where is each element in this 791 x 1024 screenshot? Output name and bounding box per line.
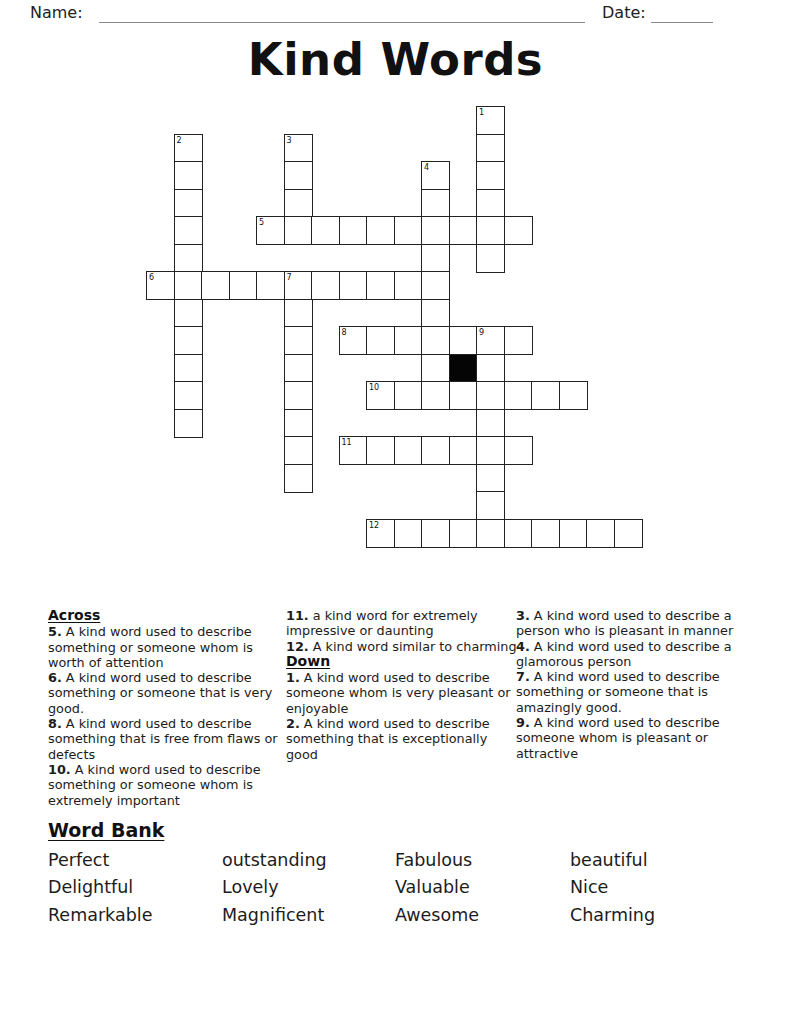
- grid-cell[interactable]: [284, 299, 313, 328]
- word-bank-item: Charming: [570, 905, 748, 925]
- grid-cell[interactable]: [174, 326, 203, 355]
- grid-cell[interactable]: [366, 271, 395, 300]
- grid-cell[interactable]: [394, 381, 423, 410]
- word-bank-item: outstanding: [222, 850, 395, 870]
- grid-cell[interactable]: [476, 134, 505, 163]
- grid-cell[interactable]: [586, 519, 615, 548]
- word-bank-item: Perfect: [48, 850, 222, 870]
- clue-number: 11: [342, 439, 352, 447]
- grid-cell[interactable]: [284, 409, 313, 438]
- grid-cell[interactable]: [174, 161, 203, 190]
- grid-cell[interactable]: [476, 491, 505, 520]
- grid-cell[interactable]: [504, 519, 533, 548]
- word-bank-grid: PerfectoutstandingFabulousbeautifulDelig…: [48, 846, 748, 929]
- grid-cell[interactable]: [174, 189, 203, 218]
- date-field-line[interactable]: [651, 0, 713, 23]
- word-bank-item: Lovely: [222, 877, 395, 897]
- grid-cell[interactable]: [421, 436, 450, 465]
- grid-cell[interactable]: [476, 409, 505, 438]
- grid-cell[interactable]: [284, 436, 313, 465]
- grid-cell[interactable]: [174, 409, 203, 438]
- grid-cell[interactable]: [174, 244, 203, 273]
- grid-cell[interactable]: [174, 271, 203, 300]
- clue-number: 1: [479, 109, 484, 117]
- grid-cell[interactable]: [531, 381, 560, 410]
- clue-number: 6: [149, 274, 154, 282]
- word-bank-item: Magnificent: [222, 905, 395, 925]
- grid-cell[interactable]: [559, 381, 588, 410]
- crossword-grid: 123456789101112: [146, 106, 643, 548]
- clue-number: 2: [177, 137, 182, 145]
- clues-column-3: 3. A kind word used to describe a person…: [516, 608, 742, 761]
- clues-section-heading: Across: [48, 608, 284, 623]
- clue: 5. A kind word used to describe somethin…: [48, 624, 284, 670]
- grid-cell[interactable]: [256, 271, 285, 300]
- grid-cell[interactable]: [476, 161, 505, 190]
- grid-cell[interactable]: [504, 216, 533, 245]
- grid-cell[interactable]: [394, 326, 423, 355]
- grid-cell[interactable]: [476, 436, 505, 465]
- word-bank-heading: Word Bank: [48, 819, 164, 841]
- clue-number: 8: [342, 329, 347, 337]
- grid-cell[interactable]: [614, 519, 643, 548]
- grid-cell[interactable]: [366, 216, 395, 245]
- clue-number-label: 10.: [48, 762, 71, 777]
- clue-number-label: 7.: [516, 669, 530, 684]
- date-label: Date:: [602, 3, 646, 22]
- grid-cell[interactable]: [476, 381, 505, 410]
- grid-cell[interactable]: [449, 381, 478, 410]
- grid-cell[interactable]: [476, 354, 505, 383]
- clue-number: 4: [424, 164, 429, 172]
- grid-cell[interactable]: [366, 326, 395, 355]
- clue-number: 10: [369, 384, 379, 392]
- clue: 6. A kind word used to describe somethin…: [48, 670, 284, 716]
- clue-number-label: 1.: [286, 670, 300, 685]
- grid-cell[interactable]: [476, 519, 505, 548]
- grid-cell[interactable]: [394, 519, 423, 548]
- grid-cell[interactable]: [284, 161, 313, 190]
- grid-cell[interactable]: [504, 381, 533, 410]
- grid-cell[interactable]: [174, 381, 203, 410]
- clue: 9. A kind word used to describe someone …: [516, 715, 742, 761]
- worksheet: Name: Date: Kind Words 123456789101112 A…: [0, 0, 791, 1024]
- clue: 10. A kind word used to describe somethi…: [48, 762, 284, 808]
- grid-cell[interactable]: [421, 299, 450, 328]
- grid-cell[interactable]: [366, 436, 395, 465]
- grid-cell[interactable]: [339, 271, 368, 300]
- grid-cell[interactable]: [531, 519, 560, 548]
- word-bank-item: Delightful: [48, 877, 222, 897]
- clue: 7. A kind word used to describe somethin…: [516, 669, 742, 715]
- grid-cell[interactable]: [284, 189, 313, 218]
- clue-number-label: 5.: [48, 624, 62, 639]
- clue-number-label: 8.: [48, 716, 62, 731]
- clue: 3. A kind word used to describe a person…: [516, 608, 742, 639]
- clue: 1. A kind word used to describe someone …: [286, 670, 522, 716]
- word-bank-item: Awesome: [395, 905, 570, 925]
- clue: 8. A kind word used to describe somethin…: [48, 716, 284, 762]
- grid-cell[interactable]: [476, 189, 505, 218]
- name-field-line[interactable]: [99, 0, 585, 23]
- grid-cell[interactable]: [421, 326, 450, 355]
- clue-number: 7: [287, 274, 292, 282]
- grid-cell[interactable]: [174, 216, 203, 245]
- grid-cell[interactable]: [311, 216, 340, 245]
- clue-number-label: 2.: [286, 716, 300, 731]
- grid-cell[interactable]: [504, 436, 533, 465]
- grid-cell[interactable]: [201, 271, 230, 300]
- grid-cell[interactable]: [284, 354, 313, 383]
- grid-cell[interactable]: [449, 326, 478, 355]
- grid-cell[interactable]: [421, 381, 450, 410]
- black-cell: [449, 354, 478, 383]
- grid-cell[interactable]: [311, 271, 340, 300]
- grid-cell[interactable]: [476, 216, 505, 245]
- word-bank-item: Fabulous: [395, 850, 570, 870]
- word-bank-item: Remarkable: [48, 905, 222, 925]
- grid-cell[interactable]: [476, 464, 505, 493]
- clue-number: 3: [287, 137, 292, 145]
- grid-cell[interactable]: [284, 326, 313, 355]
- clue: 12. A kind word similar to charming: [286, 639, 522, 654]
- clue-number-label: 11.: [286, 608, 309, 623]
- word-bank-item: Nice: [570, 877, 748, 897]
- grid-cell[interactable]: [421, 519, 450, 548]
- grid-cell[interactable]: [421, 189, 450, 218]
- clue-number-label: 9.: [516, 715, 530, 730]
- clues-column-1: Across5. A kind word used to describe so…: [48, 608, 284, 808]
- name-label: Name:: [30, 3, 83, 22]
- grid-cell[interactable]: [421, 354, 450, 383]
- clue: 11. a kind word for extremely impressive…: [286, 608, 522, 639]
- grid-cell[interactable]: [394, 216, 423, 245]
- grid-cell[interactable]: [449, 436, 478, 465]
- word-bank-item: Valuable: [395, 877, 570, 897]
- grid-cell[interactable]: [449, 519, 478, 548]
- clue-number-label: 3.: [516, 608, 530, 623]
- grid-cell[interactable]: [284, 464, 313, 493]
- grid-cell[interactable]: [174, 354, 203, 383]
- grid-cell[interactable]: [421, 271, 450, 300]
- clue-number: 9: [479, 329, 484, 337]
- word-bank-item: beautiful: [570, 850, 748, 870]
- grid-cell[interactable]: [229, 271, 258, 300]
- clue-number-label: 6.: [48, 670, 62, 685]
- grid-cell[interactable]: [421, 216, 450, 245]
- clue-number: 12: [369, 522, 379, 530]
- grid-cell[interactable]: [339, 216, 368, 245]
- clue-number-label: 12.: [286, 639, 309, 654]
- clue: 2. A kind word used to describe somethin…: [286, 716, 522, 762]
- clue: 4. A kind word used to describe a glamor…: [516, 639, 742, 670]
- grid-cell[interactable]: [449, 216, 478, 245]
- clues-section-heading: Down: [286, 654, 522, 669]
- grid-cell[interactable]: [394, 436, 423, 465]
- page-title: Kind Words: [0, 33, 791, 86]
- clue-number: 5: [259, 219, 264, 227]
- grid-cell[interactable]: [394, 271, 423, 300]
- grid-cell[interactable]: [174, 299, 203, 328]
- grid-cell[interactable]: [421, 244, 450, 273]
- grid-cell[interactable]: [284, 381, 313, 410]
- clues-column-2: 11. a kind word for extremely impressive…: [286, 608, 522, 762]
- grid-cell[interactable]: [504, 326, 533, 355]
- grid-cell[interactable]: [476, 244, 505, 273]
- grid-cell[interactable]: [284, 216, 313, 245]
- grid-cell[interactable]: [559, 519, 588, 548]
- clue-number-label: 4.: [516, 639, 530, 654]
